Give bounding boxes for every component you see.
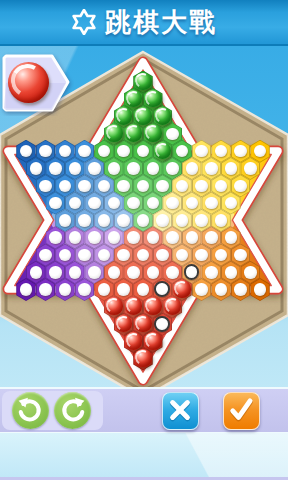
confirm-button[interactable] bbox=[223, 392, 260, 430]
board-hole[interactable] bbox=[49, 162, 62, 175]
green-marble[interactable] bbox=[144, 90, 162, 108]
undo-button[interactable] bbox=[12, 392, 49, 429]
red-marble[interactable] bbox=[173, 280, 191, 298]
board-hole[interactable] bbox=[117, 180, 130, 193]
board-hole[interactable] bbox=[108, 231, 121, 244]
board-hole[interactable] bbox=[78, 283, 91, 296]
board-hole[interactable] bbox=[156, 214, 169, 227]
board-hole[interactable] bbox=[166, 197, 179, 210]
board-hole[interactable] bbox=[78, 180, 91, 193]
red-marble[interactable] bbox=[105, 297, 123, 315]
board-hole[interactable] bbox=[39, 249, 52, 262]
board-hole[interactable] bbox=[117, 249, 130, 262]
red-marble[interactable] bbox=[144, 332, 162, 350]
board-hole[interactable] bbox=[205, 162, 218, 175]
board-hole[interactable] bbox=[69, 162, 82, 175]
board-hole[interactable] bbox=[186, 162, 199, 175]
page-title: 跳棋大戰 bbox=[105, 5, 217, 40]
board-hole[interactable] bbox=[186, 231, 199, 244]
redo-button[interactable] bbox=[54, 392, 91, 429]
board-hole[interactable] bbox=[234, 145, 247, 158]
board-hole[interactable] bbox=[98, 214, 111, 227]
board-hole[interactable] bbox=[88, 231, 101, 244]
board-hole[interactable] bbox=[127, 231, 140, 244]
board-hole[interactable] bbox=[147, 162, 160, 175]
board-hole[interactable] bbox=[195, 180, 208, 193]
board-hole[interactable] bbox=[127, 162, 140, 175]
red-marble[interactable] bbox=[125, 297, 143, 315]
board-hole[interactable] bbox=[215, 283, 228, 296]
cancel-button[interactable] bbox=[162, 392, 199, 430]
red-marble-icon bbox=[8, 62, 49, 103]
board-hole[interactable] bbox=[244, 266, 257, 279]
board-hole[interactable] bbox=[234, 249, 247, 262]
board-hole[interactable] bbox=[176, 214, 189, 227]
board-hole[interactable] bbox=[225, 266, 238, 279]
board-hole[interactable] bbox=[127, 266, 140, 279]
board-hole[interactable] bbox=[88, 266, 101, 279]
green-marble[interactable] bbox=[105, 124, 123, 142]
green-marble[interactable] bbox=[115, 107, 133, 125]
turn-indicator-badge bbox=[0, 52, 74, 116]
rotate-cw-icon bbox=[58, 396, 87, 425]
green-marble[interactable] bbox=[134, 107, 152, 125]
red-marble[interactable] bbox=[134, 349, 152, 367]
board-hole[interactable] bbox=[78, 214, 91, 227]
green-marble[interactable] bbox=[125, 124, 143, 142]
board-hole[interactable] bbox=[147, 266, 160, 279]
board-hole[interactable] bbox=[78, 249, 91, 262]
board-hole[interactable] bbox=[39, 180, 52, 193]
highlighted-hole[interactable] bbox=[184, 264, 200, 280]
board-hole[interactable] bbox=[88, 162, 101, 175]
board-hole[interactable] bbox=[117, 145, 130, 158]
bottom-decoration bbox=[0, 432, 288, 480]
board-hole[interactable] bbox=[59, 214, 72, 227]
board-hole[interactable] bbox=[215, 214, 228, 227]
board-hole[interactable] bbox=[147, 231, 160, 244]
app-screen: 跳棋大戰 bbox=[0, 0, 288, 480]
board-hole[interactable] bbox=[49, 266, 62, 279]
board-hole[interactable] bbox=[78, 145, 91, 158]
red-marble[interactable] bbox=[125, 332, 143, 350]
board-hole[interactable] bbox=[254, 283, 267, 296]
board-hole[interactable] bbox=[225, 162, 238, 175]
board-hole[interactable] bbox=[156, 249, 169, 262]
board-hole[interactable] bbox=[137, 283, 150, 296]
red-marble[interactable] bbox=[164, 297, 182, 315]
board-hole[interactable] bbox=[20, 283, 33, 296]
board-hole[interactable] bbox=[30, 266, 43, 279]
toolbar bbox=[0, 389, 288, 432]
board-hole[interactable] bbox=[30, 162, 43, 175]
rotate-ccw-icon bbox=[16, 396, 45, 425]
board-hole[interactable] bbox=[49, 231, 62, 244]
board-hole[interactable] bbox=[108, 162, 121, 175]
board-hole[interactable] bbox=[108, 266, 121, 279]
board-hole[interactable] bbox=[234, 180, 247, 193]
red-marble[interactable] bbox=[134, 315, 152, 333]
red-marble[interactable] bbox=[144, 297, 162, 315]
x-icon bbox=[166, 396, 194, 424]
board-hole[interactable] bbox=[166, 162, 179, 175]
board-hole[interactable] bbox=[88, 197, 101, 210]
board-hole[interactable] bbox=[225, 231, 238, 244]
board-hole[interactable] bbox=[205, 231, 218, 244]
board-hole[interactable] bbox=[166, 266, 179, 279]
board-hole[interactable] bbox=[98, 283, 111, 296]
green-marble[interactable] bbox=[144, 124, 162, 142]
board-hole[interactable] bbox=[156, 180, 169, 193]
board-hole[interactable] bbox=[205, 197, 218, 210]
board-hole[interactable] bbox=[127, 197, 140, 210]
board-hole[interactable] bbox=[195, 283, 208, 296]
board-hole[interactable] bbox=[59, 283, 72, 296]
board-hole[interactable] bbox=[195, 145, 208, 158]
board-hole[interactable] bbox=[195, 214, 208, 227]
board-hole[interactable] bbox=[205, 266, 218, 279]
board-hole[interactable] bbox=[244, 162, 257, 175]
board-hole[interactable] bbox=[117, 214, 130, 227]
board-hole[interactable] bbox=[166, 231, 179, 244]
green-marble[interactable] bbox=[134, 73, 152, 91]
board-hole[interactable] bbox=[69, 266, 82, 279]
check-icon bbox=[227, 396, 255, 424]
board-hole[interactable] bbox=[39, 283, 52, 296]
board-hole[interactable] bbox=[69, 231, 82, 244]
highlighted-hole[interactable] bbox=[154, 316, 170, 332]
board-hole[interactable] bbox=[137, 214, 150, 227]
header-bar: 跳棋大戰 bbox=[0, 0, 288, 46]
highlighted-hole[interactable] bbox=[154, 281, 170, 297]
board-hole[interactable] bbox=[39, 145, 52, 158]
board-hole[interactable] bbox=[49, 197, 62, 210]
board-hole[interactable] bbox=[195, 249, 208, 262]
board-hole[interactable] bbox=[117, 283, 130, 296]
hexagram-star-icon bbox=[71, 9, 97, 35]
board-hole[interactable] bbox=[234, 283, 247, 296]
board-hole[interactable] bbox=[166, 128, 179, 141]
green-marble[interactable] bbox=[154, 107, 172, 125]
